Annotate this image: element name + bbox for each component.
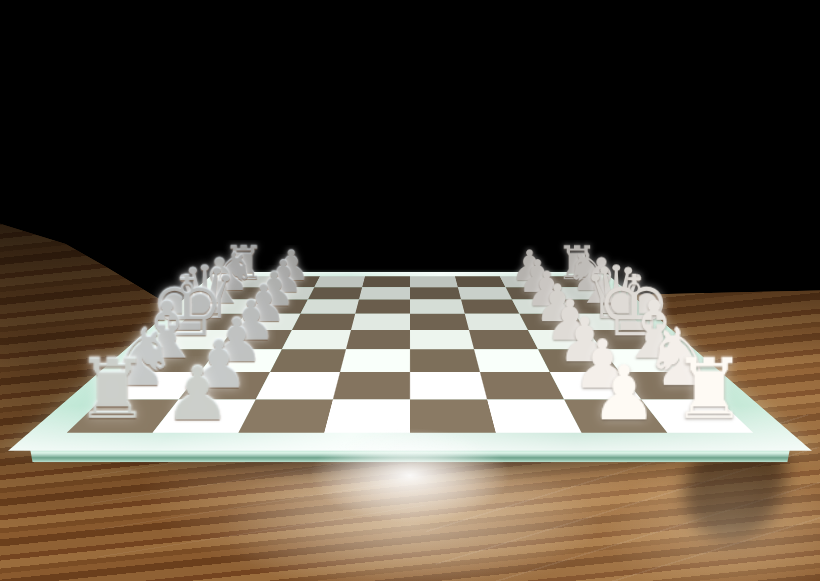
- square: [410, 287, 461, 299]
- square: [340, 349, 410, 372]
- piece-clear-pawn: ♟: [163, 356, 230, 431]
- board-grid: ♜♟♟♜♞♟♟♞♝♟♟♝♛♟♟♛♚♟♟♚♝♟♟♝♞♟♟♞♜♟♟♜: [67, 276, 754, 433]
- photo-scene: ♜♟♟♜♞♟♟♞♝♟♟♝♛♟♟♛♚♟♟♚♝♟♟♝♞♟♟♞♜♟♟♜: [0, 0, 820, 581]
- square: [292, 314, 355, 330]
- square: [410, 349, 480, 372]
- square: [410, 330, 474, 349]
- square: [410, 299, 465, 313]
- piece-frosted-pawn: ♟: [590, 356, 657, 431]
- square: [308, 287, 362, 299]
- square: [256, 372, 340, 399]
- square: [359, 287, 410, 299]
- piece-clear-rook: ♜: [74, 347, 149, 431]
- square: [461, 299, 519, 313]
- square: [474, 349, 550, 372]
- square: [455, 276, 506, 287]
- square: [282, 330, 351, 349]
- square: [458, 287, 512, 299]
- square: [351, 314, 410, 330]
- square: [333, 372, 410, 399]
- flash-glare-right: [600, 460, 820, 581]
- square: [301, 299, 359, 313]
- square: [314, 276, 365, 287]
- square: [469, 330, 538, 349]
- glass-chessboard: ♜♟♟♜♞♟♟♞♝♟♟♝♛♟♟♛♚♟♟♚♝♟♟♝♞♟♟♞♜♟♟♜: [8, 272, 811, 451]
- square: [410, 314, 469, 330]
- flash-glare-hotspot: [310, 428, 510, 523]
- square: [346, 330, 410, 349]
- square: [355, 299, 410, 313]
- square: ♟: [564, 399, 667, 433]
- square: [465, 314, 528, 330]
- square: [362, 276, 410, 287]
- square: [410, 276, 458, 287]
- piece-frosted-rook: ♜: [671, 347, 746, 431]
- square: [270, 349, 346, 372]
- square: [410, 372, 487, 399]
